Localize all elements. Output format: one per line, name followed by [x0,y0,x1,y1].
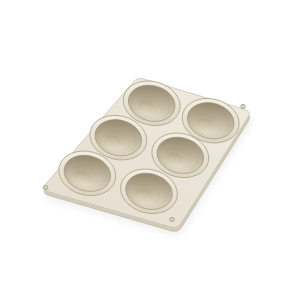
corner-hole [241,104,245,108]
corner-hole [170,217,174,221]
corner-hole [43,185,47,189]
scene-svg [0,0,300,300]
product-photo [0,0,300,300]
